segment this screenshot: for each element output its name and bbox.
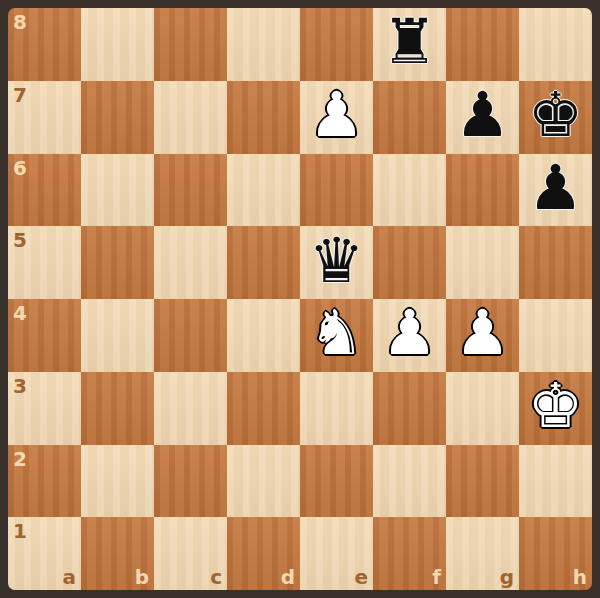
square-g4[interactable]: ♟ [446,299,519,372]
square-d8[interactable] [227,8,300,81]
square-a3[interactable]: 3 [8,372,81,445]
square-c7[interactable] [154,81,227,154]
square-f2[interactable] [373,445,446,518]
square-b8[interactable] [81,8,154,81]
square-a4[interactable]: 4 [8,299,81,372]
square-f5[interactable] [373,226,446,299]
square-g7[interactable]: ♟ [446,81,519,154]
square-g5[interactable] [446,226,519,299]
square-d6[interactable] [227,154,300,227]
chess-board: 8♜7♟♟♚6♟5♛4♞♟♟3♚21abcdefgh [8,8,592,590]
file-label-f: f [432,567,441,587]
rank-label-1: 1 [13,521,27,541]
square-b4[interactable] [81,299,154,372]
rank-label-4: 4 [13,303,27,323]
square-g8[interactable] [446,8,519,81]
square-d2[interactable] [227,445,300,518]
rank-label-8: 8 [13,12,27,32]
rank-label-2: 2 [13,449,27,469]
square-a8[interactable]: 8 [8,8,81,81]
white-knight-e4[interactable]: ♞ [309,302,365,364]
square-e2[interactable] [300,445,373,518]
square-b1[interactable]: b [81,517,154,590]
square-e4[interactable]: ♞ [300,299,373,372]
square-e6[interactable] [300,154,373,227]
square-d3[interactable] [227,372,300,445]
square-b6[interactable] [81,154,154,227]
square-b3[interactable] [81,372,154,445]
square-e8[interactable] [300,8,373,81]
square-e1[interactable]: e [300,517,373,590]
square-a7[interactable]: 7 [8,81,81,154]
file-label-g: g [500,567,514,587]
square-b2[interactable] [81,445,154,518]
square-b7[interactable] [81,81,154,154]
square-h8[interactable] [519,8,592,81]
white-pawn-g4[interactable]: ♟ [455,302,511,364]
square-d1[interactable]: d [227,517,300,590]
square-h2[interactable] [519,445,592,518]
square-c1[interactable]: c [154,517,227,590]
square-c3[interactable] [154,372,227,445]
file-label-d: d [281,567,295,587]
rank-label-7: 7 [13,85,27,105]
square-h1[interactable]: h [519,517,592,590]
square-a1[interactable]: 1a [8,517,81,590]
square-a2[interactable]: 2 [8,445,81,518]
square-g3[interactable] [446,372,519,445]
square-f3[interactable] [373,372,446,445]
rank-label-5: 5 [13,230,27,250]
square-b5[interactable] [81,226,154,299]
white-king-h3[interactable]: ♚ [528,375,584,437]
square-c2[interactable] [154,445,227,518]
square-e7[interactable]: ♟ [300,81,373,154]
square-c8[interactable] [154,8,227,81]
square-d7[interactable] [227,81,300,154]
square-g2[interactable] [446,445,519,518]
square-g1[interactable]: g [446,517,519,590]
black-pawn-g7[interactable]: ♟ [455,84,511,146]
file-label-b: b [135,567,149,587]
square-f8[interactable]: ♜ [373,8,446,81]
file-label-c: c [210,567,222,587]
square-h3[interactable]: ♚ [519,372,592,445]
square-f6[interactable] [373,154,446,227]
square-h4[interactable] [519,299,592,372]
square-e5[interactable]: ♛ [300,226,373,299]
rank-label-6: 6 [13,158,27,178]
board-frame: 8♜7♟♟♚6♟5♛4♞♟♟3♚21abcdefgh [0,0,600,598]
white-pawn-f4[interactable]: ♟ [382,302,438,364]
square-f4[interactable]: ♟ [373,299,446,372]
square-d4[interactable] [227,299,300,372]
square-g6[interactable] [446,154,519,227]
file-label-a: a [63,567,77,587]
square-e3[interactable] [300,372,373,445]
black-queen-e5[interactable]: ♛ [309,230,365,292]
file-label-e: e [354,567,368,587]
square-c5[interactable] [154,226,227,299]
white-pawn-e7[interactable]: ♟ [309,84,365,146]
square-h5[interactable] [519,226,592,299]
square-f7[interactable] [373,81,446,154]
black-king-h7[interactable]: ♚ [528,84,584,146]
square-d5[interactable] [227,226,300,299]
square-c6[interactable] [154,154,227,227]
square-h7[interactable]: ♚ [519,81,592,154]
square-a5[interactable]: 5 [8,226,81,299]
square-a6[interactable]: 6 [8,154,81,227]
square-h6[interactable]: ♟ [519,154,592,227]
rank-label-3: 3 [13,376,27,396]
square-c4[interactable] [154,299,227,372]
black-rook-f8[interactable]: ♜ [382,11,438,73]
square-f1[interactable]: f [373,517,446,590]
black-pawn-h6[interactable]: ♟ [528,157,584,219]
file-label-h: h [573,567,587,587]
